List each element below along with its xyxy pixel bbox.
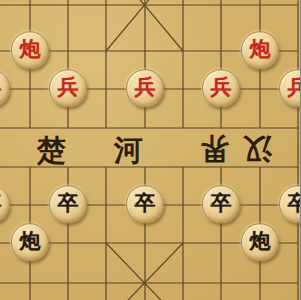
piece-character: 炮 [250,231,271,252]
piece-character: 炮 [250,39,271,60]
piece-character: 卒 [0,193,2,214]
piece-black-cannon[interactable]: 炮 [241,223,279,261]
river-label-han-jie-rotated: 汉界 [176,134,272,163]
piece-character: 兵 [58,77,79,98]
piece-red-cannon[interactable]: 炮 [241,31,279,69]
piece-character: 卒 [288,193,301,214]
piece-character: 炮 [20,231,41,252]
piece-character: 兵 [135,77,156,98]
piece-red-soldier[interactable]: 兵 [202,69,240,107]
piece-black-soldier[interactable]: 卒 [202,185,240,223]
piece-red-cannon[interactable]: 炮 [11,31,49,69]
piece-red-soldier[interactable]: 兵 [126,69,164,107]
river-label-chu-he: 楚 河 [37,136,162,165]
piece-character: 兵 [211,77,232,98]
piece-character: 兵 [288,77,301,98]
piece-black-cannon[interactable]: 炮 [11,223,49,261]
piece-character: 炮 [20,39,41,60]
piece-black-soldier[interactable]: 卒 [126,185,164,223]
piece-character: 兵 [0,77,2,98]
piece-character: 卒 [135,193,156,214]
piece-black-soldier[interactable]: 卒 [49,185,87,223]
piece-character: 卒 [211,193,232,214]
piece-character: 卒 [58,193,79,214]
xiangqi-board[interactable]: 楚 河 汉界 炮炮兵兵兵兵兵卒卒卒卒卒炮炮 [0,0,300,300]
piece-red-soldier[interactable]: 兵 [49,69,87,107]
